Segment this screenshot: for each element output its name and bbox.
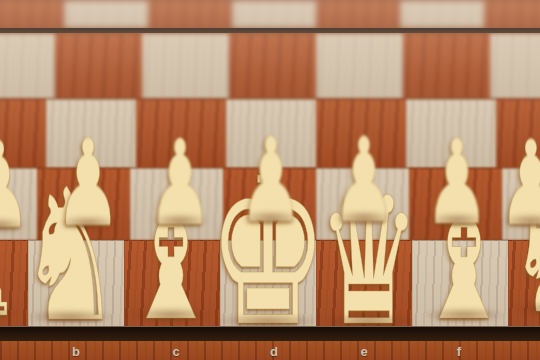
piece-shadow-b1 [25, 309, 116, 325]
board-frame-with-coordinates: bcdef [0, 341, 540, 360]
pieces-layer: ♜♞♝♚♛♝♞♟♟♟♟♟♟♟ [0, 0, 540, 360]
piece-shadow-f1 [422, 307, 507, 323]
board-edge-stripe [0, 326, 540, 342]
piece-shadow-a1 [0, 305, 20, 321]
file-label-c: c [172, 344, 179, 359]
piece-shadow-a2 [0, 217, 28, 233]
chessboard-photo: ♜♞♝♚♛♝♞♟♟♟♟♟♟♟ bcdef [0, 0, 540, 360]
file-label-d: d [270, 344, 278, 359]
file-label-e: e [360, 344, 367, 359]
piece-shadow-b2 [58, 215, 118, 231]
file-label-b: b [72, 344, 80, 359]
piece-shadow-c1 [129, 307, 214, 323]
piece-shadow-d2 [242, 210, 301, 226]
piece-shadow-g2 [502, 213, 540, 229]
piece-shadow-f2 [428, 212, 487, 228]
file-label-f: f [457, 344, 461, 359]
piece-shadow-e2 [335, 210, 394, 226]
piece-shadow-c2 [151, 213, 210, 229]
piece-shadow-g1 [513, 301, 540, 317]
